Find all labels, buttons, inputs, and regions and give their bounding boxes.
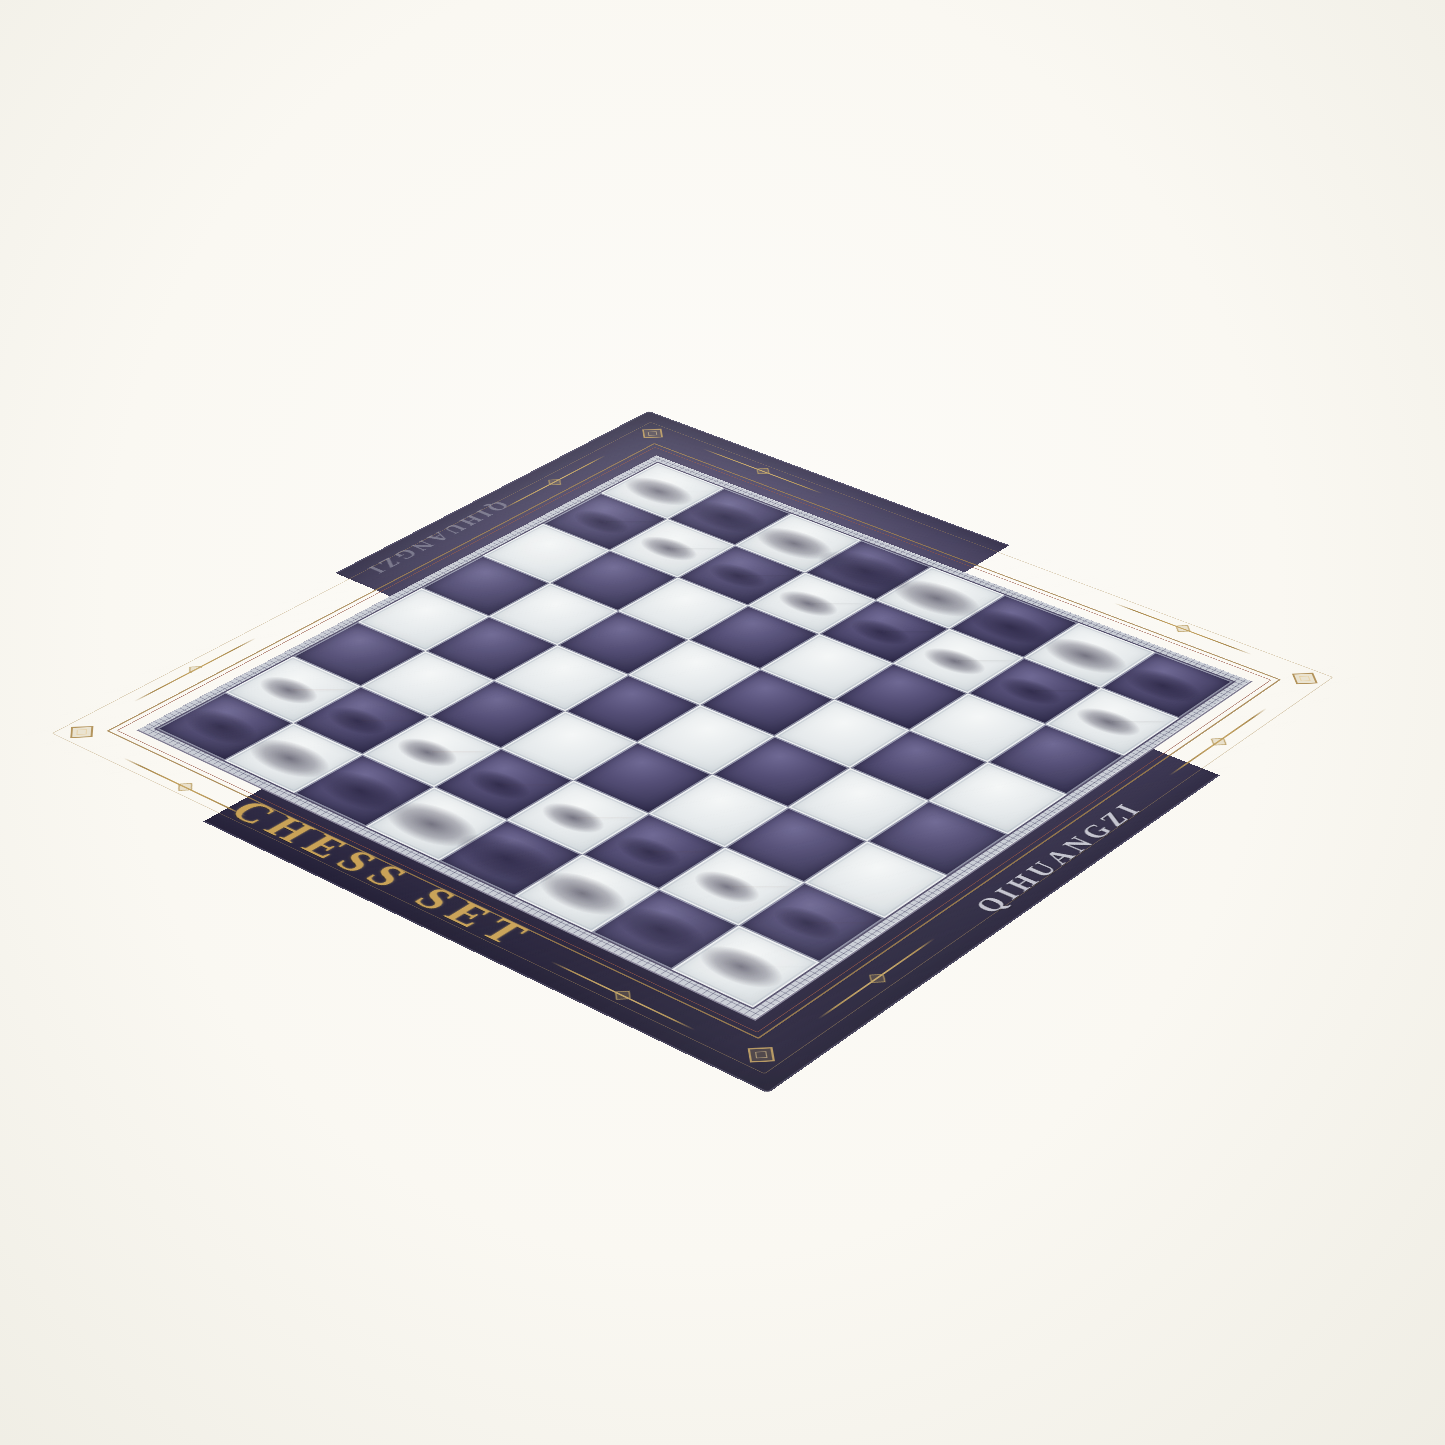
scene: CHESS SET QIHUANGZI QIHUANGZI ♜♞♝♚♛♝♞♜♟♟… [0, 0, 1445, 1445]
piece-white-rook-h1[interactable]: ♜ [557, 757, 934, 986]
gold-corner-ornament [747, 1047, 775, 1063]
chess-board: CHESS SET QIHUANGZI QIHUANGZI ♜♞♝♚♛♝♞♜♟♟… [23, 411, 1362, 1093]
piece-black-pawn-h7[interactable]: ♟ [941, 567, 1283, 736]
